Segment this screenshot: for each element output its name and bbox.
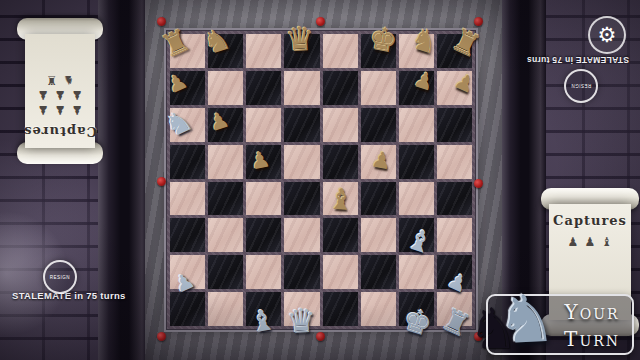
square-c3[interactable] xyxy=(246,218,281,252)
captured-bishop-icon: ♝ xyxy=(599,235,616,250)
square-b5[interactable] xyxy=(208,145,243,179)
square-g7[interactable]: ♟ xyxy=(399,71,434,105)
captured-pawn-icon: ♟ xyxy=(582,235,599,250)
square-h8[interactable]: ♜ xyxy=(437,34,472,68)
left-pillar xyxy=(98,0,148,360)
square-a7[interactable]: ♟ xyxy=(170,71,205,105)
square-g4[interactable] xyxy=(399,182,434,216)
square-a3[interactable] xyxy=(170,218,205,252)
square-b3[interactable] xyxy=(208,218,243,252)
gold-king-f8[interactable]: ♚ xyxy=(367,21,401,58)
player-resign-button[interactable]: RESIGN xyxy=(43,260,77,294)
square-c4[interactable] xyxy=(246,182,281,216)
square-a8[interactable]: ♜ xyxy=(170,34,205,68)
square-e4[interactable]: ♝ xyxy=(323,182,358,216)
turn-word-turn: Turn xyxy=(564,326,620,353)
square-d1[interactable]: ♛ xyxy=(284,292,319,326)
gold-pawn-c5[interactable]: ♟ xyxy=(249,148,272,173)
square-g3[interactable]: ♝ xyxy=(399,218,434,252)
square-f4[interactable] xyxy=(361,182,396,216)
red-ornament-dot xyxy=(316,17,325,26)
captured-pieces-list: ♟♟♟♟♟♟♞♜ xyxy=(32,72,88,117)
silver-bishop-c1[interactable]: ♝ xyxy=(247,305,278,338)
square-d7[interactable] xyxy=(284,71,319,105)
silver-knight-a6[interactable]: ♞ xyxy=(160,104,197,142)
square-b4[interactable] xyxy=(208,182,243,216)
square-b8[interactable]: ♞ xyxy=(208,34,243,68)
square-h1[interactable]: ♜ xyxy=(437,292,472,326)
gold-pawn-f5[interactable]: ♟ xyxy=(370,148,393,173)
captured-pawn-icon: ♟ xyxy=(35,87,52,102)
player-stalemate-counter: STALEMATE in 75 turns xyxy=(12,290,126,301)
gold-pawn-g7[interactable]: ♟ xyxy=(411,68,436,95)
square-h5[interactable] xyxy=(437,145,472,179)
square-d4[interactable] xyxy=(284,182,319,216)
square-b1[interactable] xyxy=(208,292,243,326)
square-f2[interactable] xyxy=(361,255,396,289)
square-h2[interactable]: ♟ xyxy=(437,255,472,289)
red-ornament-dot xyxy=(316,332,325,341)
square-d8[interactable]: ♛ xyxy=(284,34,319,68)
red-ornament-dot xyxy=(474,179,483,188)
captured-pawn-icon: ♟ xyxy=(565,235,582,250)
opponent-resign-label: RESIGN xyxy=(571,84,591,89)
chess-board[interactable]: ♜♞♛♚♞♜♟♟♟♞♟♟♟♝♝♟♟♝♛♚♜ xyxy=(166,30,476,330)
square-d3[interactable] xyxy=(284,218,319,252)
square-e8[interactable] xyxy=(323,34,358,68)
square-e2[interactable] xyxy=(323,255,358,289)
square-e7[interactable] xyxy=(323,71,358,105)
square-b2[interactable] xyxy=(208,255,243,289)
silver-bishop-g3[interactable]: ♝ xyxy=(403,224,437,259)
captured-pieces-list: ♟♟♝ xyxy=(562,235,618,250)
turn-word-your: Your xyxy=(564,299,620,326)
square-d5[interactable] xyxy=(284,145,319,179)
opponent-resign-button[interactable]: RESIGN xyxy=(564,69,598,103)
red-ornament-dot xyxy=(157,332,166,341)
gold-bishop-e4[interactable]: ♝ xyxy=(327,185,355,216)
square-f3[interactable] xyxy=(361,218,396,252)
captured-rook-icon: ♜ xyxy=(43,72,60,87)
square-f1[interactable] xyxy=(361,292,396,326)
square-b6[interactable]: ♟ xyxy=(208,108,243,142)
square-f8[interactable]: ♚ xyxy=(361,34,396,68)
gold-pawn-h7[interactable]: ♟ xyxy=(451,69,478,97)
square-f7[interactable] xyxy=(361,71,396,105)
square-e5[interactable] xyxy=(323,145,358,179)
red-ornament-dot xyxy=(157,177,166,186)
square-e1[interactable] xyxy=(323,292,358,326)
gold-pawn-b6[interactable]: ♟ xyxy=(206,108,231,135)
square-d6[interactable] xyxy=(284,108,319,142)
red-ornament-dot xyxy=(157,17,166,26)
square-h6[interactable] xyxy=(437,108,472,142)
captured-knight-icon: ♞ xyxy=(60,72,77,87)
square-a2[interactable]: ♟ xyxy=(170,255,205,289)
square-g8[interactable]: ♞ xyxy=(399,34,434,68)
square-a5[interactable] xyxy=(170,145,205,179)
gear-icon: ⚙ xyxy=(598,25,617,46)
square-c2[interactable] xyxy=(246,255,281,289)
square-d2[interactable] xyxy=(284,255,319,289)
square-c7[interactable] xyxy=(246,71,281,105)
game-screen: ♜♞♛♚♞♜♟♟♟♞♟♟♟♝♝♟♟♝♛♚♜ Captures ♟♟♟♟♟♟♞♜ … xyxy=(0,0,640,360)
scroll-parchment: Captures ♟♟♟♟♟♟♞♜ xyxy=(25,34,95,148)
square-f6[interactable] xyxy=(361,108,396,142)
square-f5[interactable]: ♟ xyxy=(361,145,396,179)
square-g5[interactable] xyxy=(399,145,434,179)
captured-pawn-icon: ♟ xyxy=(69,87,86,102)
captured-pawn-icon: ♟ xyxy=(52,102,69,117)
square-a6[interactable]: ♞ xyxy=(170,108,205,142)
red-ornament-dot xyxy=(474,17,483,26)
opponent-captures-scroll: Captures ♟♟♟♟♟♟♞♜ xyxy=(20,18,100,164)
square-b7[interactable] xyxy=(208,71,243,105)
square-c1[interactable]: ♝ xyxy=(246,292,281,326)
silver-queen-d1[interactable]: ♛ xyxy=(286,304,318,339)
your-turn-label: Your Turn xyxy=(564,299,620,353)
gold-queen-d8[interactable]: ♛ xyxy=(284,22,316,57)
square-h7[interactable]: ♟ xyxy=(437,71,472,105)
square-g1[interactable]: ♚ xyxy=(399,292,434,326)
square-c5[interactable]: ♟ xyxy=(246,145,281,179)
gold-pawn-a7[interactable]: ♟ xyxy=(163,69,190,97)
captures-title: Captures xyxy=(553,213,627,228)
square-a1[interactable] xyxy=(170,292,205,326)
captured-pawn-icon: ♟ xyxy=(69,102,86,117)
silver-knight-figure: ♞ xyxy=(495,285,558,354)
captured-pawn-icon: ♟ xyxy=(35,102,52,117)
player-resign-label: RESIGN xyxy=(50,275,70,280)
square-h3[interactable] xyxy=(437,218,472,252)
square-h4[interactable] xyxy=(437,182,472,216)
square-g2[interactable] xyxy=(399,255,434,289)
square-e6[interactable] xyxy=(323,108,358,142)
square-a4[interactable] xyxy=(170,182,205,216)
captures-title: Captures xyxy=(23,124,97,139)
square-g6[interactable] xyxy=(399,108,434,142)
square-c8[interactable] xyxy=(246,34,281,68)
captured-pawn-icon: ♟ xyxy=(52,87,69,102)
opponent-stalemate-counter: STALEMATE in 75 turns xyxy=(533,55,629,65)
square-c6[interactable] xyxy=(246,108,281,142)
square-e3[interactable] xyxy=(323,218,358,252)
settings-button[interactable]: ⚙ xyxy=(588,16,626,54)
